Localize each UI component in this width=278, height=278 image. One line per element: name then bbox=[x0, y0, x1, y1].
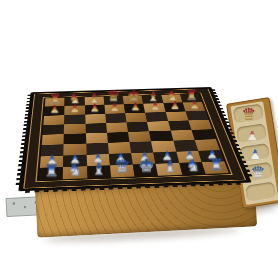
square-h7[interactable]: ♟ bbox=[182, 102, 205, 111]
tray-slot-2: ♟ bbox=[236, 123, 267, 144]
square-d6[interactable] bbox=[105, 113, 127, 123]
square-f6[interactable] bbox=[145, 112, 167, 122]
piece-red-pawn-a7[interactable]: ♟ bbox=[50, 104, 59, 114]
piece-red-pawn-g7[interactable]: ♟ bbox=[170, 100, 179, 110]
square-f5[interactable] bbox=[147, 121, 170, 131]
square-b1[interactable]: ♞ bbox=[63, 166, 87, 179]
square-g4[interactable] bbox=[170, 130, 194, 141]
board-squares-grid: ♜♞♝♛♚♝♞♜♟♟♟♟♟♟♟♟♟♟♟♟♟♟♟♟♜♞♝♛♚♝♞♜ bbox=[38, 93, 230, 180]
square-e5[interactable] bbox=[127, 122, 150, 132]
piece-red-pawn-c7[interactable]: ♟ bbox=[90, 103, 99, 113]
piece-blue-rook-h1[interactable]: ♜ bbox=[210, 157, 224, 173]
square-d5[interactable] bbox=[106, 122, 128, 132]
piece-red-pawn-b7[interactable]: ♟ bbox=[70, 103, 79, 113]
square-h4[interactable] bbox=[191, 129, 216, 140]
piece-blue-knight-b1[interactable]: ♞ bbox=[68, 162, 82, 178]
chess-board: ♜♞♝♛♚♝♞♜♟♟♟♟♟♟♟♟♟♟♟♟♟♟♟♟♜♞♝♛♚♝♞♜ bbox=[18, 87, 251, 191]
square-e1[interactable]: ♚ bbox=[133, 164, 158, 177]
square-h1[interactable]: ♜ bbox=[202, 161, 229, 174]
piece-blue-rook-a1[interactable]: ♜ bbox=[44, 163, 58, 179]
tray-slot-5 bbox=[245, 182, 276, 203]
piece-red-pawn-f7[interactable]: ♟ bbox=[150, 101, 159, 111]
stitched-edge-left bbox=[15, 95, 32, 188]
piece-blue-king-e1[interactable]: ♚ bbox=[138, 157, 154, 175]
piece-blue-knight-g1[interactable]: ♞ bbox=[186, 158, 200, 174]
tray-slot-1: ♛ bbox=[233, 103, 264, 124]
piece-red-pawn-h7[interactable]: ♟ bbox=[190, 100, 199, 110]
square-a1[interactable]: ♜ bbox=[39, 167, 63, 180]
piece-red-pawn-e7[interactable]: ♟ bbox=[130, 102, 139, 112]
spare-red-queen[interactable]: ♛ bbox=[241, 106, 256, 122]
square-f1[interactable]: ♝ bbox=[156, 163, 182, 176]
spare-blue-pawn[interactable]: ♟ bbox=[249, 148, 261, 161]
square-a4[interactable] bbox=[42, 134, 64, 145]
piece-blue-queen-d1[interactable]: ♛ bbox=[115, 158, 131, 176]
square-f4[interactable] bbox=[149, 131, 173, 142]
piece-blue-bishop-c1[interactable]: ♝ bbox=[92, 161, 106, 177]
piece-blue-bishop-f1[interactable]: ♝ bbox=[163, 159, 177, 175]
square-a6[interactable] bbox=[43, 115, 64, 125]
spare-red-pawn[interactable]: ♟ bbox=[246, 129, 258, 142]
square-d1[interactable]: ♛ bbox=[110, 164, 135, 177]
chess-set-product-photo: ♛♟♟♛ ♜♞♝♛♚♝♞♜♟♟♟♟♟♟♟♟♟♟♟♟♟♟♟♟♜♞♝♛♚♝♞♜ bbox=[0, 0, 278, 278]
square-a5[interactable] bbox=[43, 124, 65, 135]
square-c1[interactable]: ♝ bbox=[87, 165, 111, 178]
piece-red-pawn-d7[interactable]: ♟ bbox=[110, 102, 119, 112]
square-b4[interactable] bbox=[64, 133, 86, 144]
